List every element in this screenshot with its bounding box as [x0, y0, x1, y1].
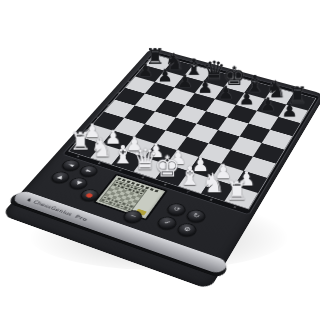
piece-black-pawn[interactable]: ♟ [218, 84, 234, 102]
lcd-piece-dot [124, 207, 127, 209]
piece-black-pawn[interactable]: ♟ [138, 62, 153, 79]
lcd-square [112, 196, 118, 200]
lcd-piece-dot [123, 184, 126, 186]
piece-white-king[interactable]: ♚ [154, 153, 180, 182]
lcd-square [108, 201, 114, 205]
lcd-badge [135, 209, 147, 216]
lcd-piece-dot [130, 205, 133, 207]
piece-black-pawn[interactable]: ♟ [157, 67, 173, 84]
piece-white-rook[interactable]: ♜ [70, 130, 92, 154]
piece-black-pawn[interactable]: ♟ [239, 89, 255, 107]
piece-black-pawn[interactable]: ♟ [177, 72, 193, 90]
piece-black-pawn[interactable]: ♟ [281, 101, 297, 119]
piece-black-pawn[interactable]: ♟ [197, 78, 213, 96]
piece-white-knight[interactable]: ♞ [201, 170, 225, 197]
piece-white-bishop[interactable]: ♝ [178, 163, 202, 189]
lcd-square [114, 181, 120, 185]
piece-black-pawn[interactable]: ♟ [260, 95, 276, 113]
scene: ♞ ChessGenius Pro ♜♞♝♛♚♝♞♜♟♟♟♟♟♟♟♟♟♟♟♟♟♟… [0, 0, 320, 320]
piece-white-rook[interactable]: ♜ [225, 178, 248, 204]
button-glyph: ▲ [56, 174, 65, 180]
piece-white-knight[interactable]: ♞ [90, 135, 113, 160]
